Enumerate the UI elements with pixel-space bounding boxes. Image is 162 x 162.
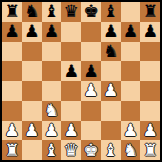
black-pawn-icon: ♟ <box>44 22 59 41</box>
square-d4[interactable] <box>61 81 81 101</box>
square-e8[interactable]: ♚ <box>81 2 101 22</box>
square-d6[interactable] <box>61 42 81 62</box>
black-knight-icon: ♞ <box>103 42 118 61</box>
square-g7[interactable]: ♟ <box>121 22 141 42</box>
square-c3[interactable]: ♞ <box>42 101 62 121</box>
black-pawn-icon: ♟ <box>24 22 39 41</box>
white-pawn-icon: ♟ <box>44 121 59 140</box>
black-pawn-icon: ♟ <box>4 22 19 41</box>
white-queen-icon: ♛ <box>64 140 79 159</box>
square-f4[interactable]: ♟ <box>101 81 121 101</box>
square-a6[interactable] <box>2 42 22 62</box>
square-h7[interactable]: ♟ <box>140 22 160 42</box>
square-a8[interactable]: ♜ <box>2 2 22 22</box>
square-c6[interactable] <box>42 42 62 62</box>
white-pawn-icon: ♟ <box>123 121 138 140</box>
black-king-icon: ♚ <box>83 2 98 21</box>
square-f6[interactable]: ♞ <box>101 42 121 62</box>
square-a7[interactable]: ♟ <box>2 22 22 42</box>
black-pawn-icon: ♟ <box>123 22 138 41</box>
square-g6[interactable] <box>121 42 141 62</box>
square-b2[interactable]: ♟ <box>22 121 42 141</box>
square-c2[interactable]: ♟ <box>42 121 62 141</box>
black-pawn-icon: ♟ <box>103 22 118 41</box>
square-h1[interactable]: ♜ <box>140 140 160 160</box>
white-bishop-icon: ♝ <box>44 140 59 159</box>
square-e1[interactable]: ♚ <box>81 140 101 160</box>
white-pawn-icon: ♟ <box>24 121 39 140</box>
black-rook-icon: ♜ <box>4 2 19 21</box>
white-rook-icon: ♜ <box>143 140 158 159</box>
square-e6[interactable] <box>81 42 101 62</box>
white-king-icon: ♚ <box>83 140 98 159</box>
square-c4[interactable] <box>42 81 62 101</box>
square-c1[interactable]: ♝ <box>42 140 62 160</box>
black-pawn-icon: ♟ <box>143 22 158 41</box>
square-f1[interactable]: ♝ <box>101 140 121 160</box>
square-g8[interactable] <box>121 2 141 22</box>
chess-board-frame: ♜♞♝♛♚♝♜♟♟♟♟♟♟♞♟♟♟♟♞♟♟♟♟♟♟♜♝♛♚♝♞♜ <box>0 0 162 162</box>
square-b5[interactable] <box>22 61 42 81</box>
square-f5[interactable] <box>101 61 121 81</box>
square-g1[interactable]: ♞ <box>121 140 141 160</box>
square-d1[interactable]: ♛ <box>61 140 81 160</box>
square-d3[interactable] <box>61 101 81 121</box>
white-rook-icon: ♜ <box>4 140 19 159</box>
square-b7[interactable]: ♟ <box>22 22 42 42</box>
square-a1[interactable]: ♜ <box>2 140 22 160</box>
square-d7[interactable] <box>61 22 81 42</box>
white-bishop-icon: ♝ <box>103 140 118 159</box>
square-h6[interactable] <box>140 42 160 62</box>
square-e2[interactable] <box>81 121 101 141</box>
white-pawn-icon: ♟ <box>64 121 79 140</box>
square-h3[interactable] <box>140 101 160 121</box>
square-d8[interactable]: ♛ <box>61 2 81 22</box>
white-knight-icon: ♞ <box>123 140 138 159</box>
square-b4[interactable] <box>22 81 42 101</box>
black-rook-icon: ♜ <box>143 2 158 21</box>
square-d2[interactable]: ♟ <box>61 121 81 141</box>
black-bishop-icon: ♝ <box>44 2 59 21</box>
square-b6[interactable] <box>22 42 42 62</box>
square-e4[interactable]: ♟ <box>81 81 101 101</box>
square-c5[interactable] <box>42 61 62 81</box>
square-g3[interactable] <box>121 101 141 121</box>
square-f7[interactable]: ♟ <box>101 22 121 42</box>
square-h2[interactable]: ♟ <box>140 121 160 141</box>
square-e3[interactable] <box>81 101 101 121</box>
square-a3[interactable] <box>2 101 22 121</box>
square-f3[interactable] <box>101 101 121 121</box>
square-c8[interactable]: ♝ <box>42 2 62 22</box>
square-f2[interactable] <box>101 121 121 141</box>
white-pawn-icon: ♟ <box>83 81 98 100</box>
black-pawn-icon: ♟ <box>64 61 79 80</box>
square-d5[interactable]: ♟ <box>61 61 81 81</box>
white-knight-icon: ♞ <box>44 101 59 120</box>
square-c7[interactable]: ♟ <box>42 22 62 42</box>
square-g2[interactable]: ♟ <box>121 121 141 141</box>
white-pawn-icon: ♟ <box>4 121 19 140</box>
white-pawn-icon: ♟ <box>143 121 158 140</box>
square-h4[interactable] <box>140 81 160 101</box>
chess-board: ♜♞♝♛♚♝♜♟♟♟♟♟♟♞♟♟♟♟♞♟♟♟♟♟♟♜♝♛♚♝♞♜ <box>2 2 160 160</box>
black-knight-icon: ♞ <box>24 2 39 21</box>
square-a5[interactable] <box>2 61 22 81</box>
square-a4[interactable] <box>2 81 22 101</box>
white-pawn-icon: ♟ <box>103 81 118 100</box>
square-e7[interactable] <box>81 22 101 42</box>
black-queen-icon: ♛ <box>64 2 79 21</box>
square-h5[interactable] <box>140 61 160 81</box>
square-f8[interactable]: ♝ <box>101 2 121 22</box>
square-b8[interactable]: ♞ <box>22 2 42 22</box>
black-pawn-icon: ♟ <box>83 61 98 80</box>
square-b1[interactable] <box>22 140 42 160</box>
square-g5[interactable] <box>121 61 141 81</box>
square-h8[interactable]: ♜ <box>140 2 160 22</box>
square-e5[interactable]: ♟ <box>81 61 101 81</box>
square-g4[interactable] <box>121 81 141 101</box>
black-bishop-icon: ♝ <box>103 2 118 21</box>
square-a2[interactable]: ♟ <box>2 121 22 141</box>
square-b3[interactable] <box>22 101 42 121</box>
